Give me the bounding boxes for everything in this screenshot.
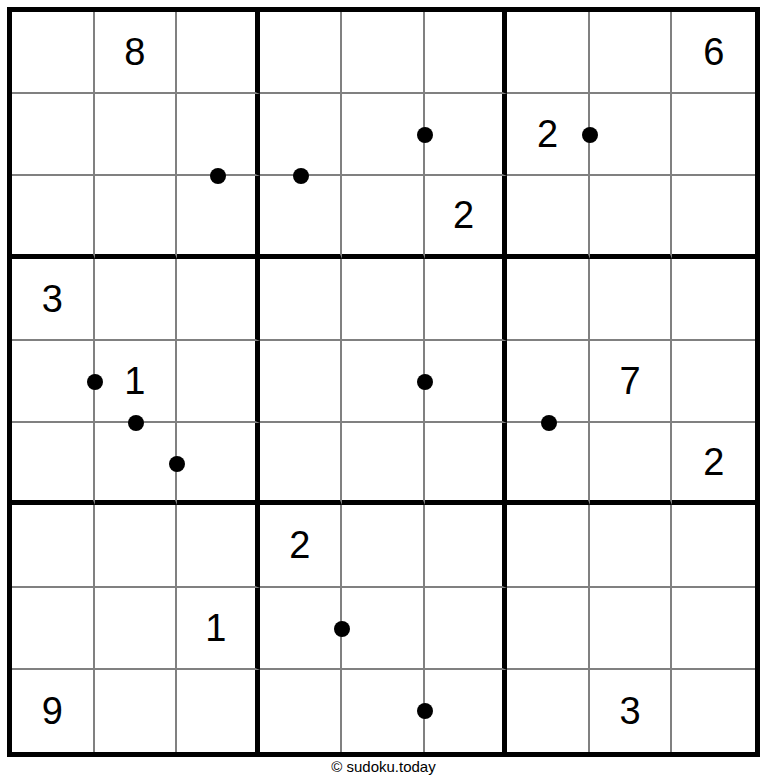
cell-r4c3[interactable] [177, 259, 260, 341]
cell-r8c1[interactable] [12, 588, 95, 670]
cell-r1c6[interactable] [425, 12, 508, 94]
cell-r5c5[interactable] [342, 341, 425, 423]
cell-r7c7[interactable] [507, 505, 590, 587]
cell-r3c2[interactable] [95, 176, 178, 258]
page: 862231722193 © sudoku.today [0, 0, 767, 777]
cell-r2c9[interactable] [672, 94, 755, 176]
cell-r9c7[interactable] [507, 670, 590, 752]
cell-r6c4[interactable] [260, 423, 343, 505]
cell-r8c6[interactable] [425, 588, 508, 670]
cell-r4c2[interactable] [95, 259, 178, 341]
cell-r9c9[interactable] [672, 670, 755, 752]
cell-r6c6[interactable] [425, 423, 508, 505]
cell-r8c4[interactable] [260, 588, 343, 670]
cell-r5c6[interactable] [425, 341, 508, 423]
cell-r3c9[interactable] [672, 176, 755, 258]
cell-r1c3[interactable] [177, 12, 260, 94]
cell-r6c2[interactable] [95, 423, 178, 505]
cell-r1c4[interactable] [260, 12, 343, 94]
cell-r4c7[interactable] [507, 259, 590, 341]
cell-r1c9[interactable]: 6 [672, 12, 755, 94]
cell-r3c3[interactable] [177, 176, 260, 258]
cell-r6c9[interactable]: 2 [672, 423, 755, 505]
cell-r3c4[interactable] [260, 176, 343, 258]
cell-r4c9[interactable] [672, 259, 755, 341]
cell-r5c3[interactable] [177, 341, 260, 423]
cell-r8c2[interactable] [95, 588, 178, 670]
cell-r4c6[interactable] [425, 259, 508, 341]
cell-r4c4[interactable] [260, 259, 343, 341]
cell-r1c5[interactable] [342, 12, 425, 94]
cell-r1c8[interactable] [590, 12, 673, 94]
cell-r9c6[interactable] [425, 670, 508, 752]
cell-r5c2[interactable]: 1 [95, 341, 178, 423]
cell-r2c3[interactable] [177, 94, 260, 176]
cell-r3c6[interactable]: 2 [425, 176, 508, 258]
cell-r7c9[interactable] [672, 505, 755, 587]
cell-r6c8[interactable] [590, 423, 673, 505]
cell-r9c3[interactable] [177, 670, 260, 752]
cell-r4c1[interactable]: 3 [12, 259, 95, 341]
cell-r1c7[interactable] [507, 12, 590, 94]
cell-r7c3[interactable] [177, 505, 260, 587]
sudoku-board: 862231722193 [7, 7, 760, 757]
cell-r8c7[interactable] [507, 588, 590, 670]
cell-r2c5[interactable] [342, 94, 425, 176]
cell-r8c8[interactable] [590, 588, 673, 670]
cell-r1c1[interactable] [12, 12, 95, 94]
cell-r9c4[interactable] [260, 670, 343, 752]
cell-r7c8[interactable] [590, 505, 673, 587]
cell-r5c9[interactable] [672, 341, 755, 423]
cell-r5c1[interactable] [12, 341, 95, 423]
cell-r2c4[interactable] [260, 94, 343, 176]
cell-r5c8[interactable]: 7 [590, 341, 673, 423]
cell-r1c2[interactable]: 8 [95, 12, 178, 94]
cell-r3c1[interactable] [12, 176, 95, 258]
cell-r7c6[interactable] [425, 505, 508, 587]
cell-r2c1[interactable] [12, 94, 95, 176]
cell-r5c7[interactable] [507, 341, 590, 423]
cell-r4c5[interactable] [342, 259, 425, 341]
cell-r5c4[interactable] [260, 341, 343, 423]
cell-r8c5[interactable] [342, 588, 425, 670]
cell-r9c8[interactable]: 3 [590, 670, 673, 752]
cell-r6c3[interactable] [177, 423, 260, 505]
cell-r3c8[interactable] [590, 176, 673, 258]
copyright: © sudoku.today [7, 759, 760, 775]
cell-r7c5[interactable] [342, 505, 425, 587]
cell-r3c7[interactable] [507, 176, 590, 258]
cell-r9c2[interactable] [95, 670, 178, 752]
cell-r7c4[interactable]: 2 [260, 505, 343, 587]
cell-r2c2[interactable] [95, 94, 178, 176]
cell-r2c6[interactable] [425, 94, 508, 176]
cell-r7c2[interactable] [95, 505, 178, 587]
cell-r6c1[interactable] [12, 423, 95, 505]
cell-r6c7[interactable] [507, 423, 590, 505]
cell-r7c1[interactable] [12, 505, 95, 587]
cell-r2c8[interactable] [590, 94, 673, 176]
cell-r8c9[interactable] [672, 588, 755, 670]
cell-r9c1[interactable]: 9 [12, 670, 95, 752]
cell-r9c5[interactable] [342, 670, 425, 752]
cell-r4c8[interactable] [590, 259, 673, 341]
cell-r6c5[interactable] [342, 423, 425, 505]
cell-r2c7[interactable]: 2 [507, 94, 590, 176]
cell-r8c3[interactable]: 1 [177, 588, 260, 670]
cell-r3c5[interactable] [342, 176, 425, 258]
